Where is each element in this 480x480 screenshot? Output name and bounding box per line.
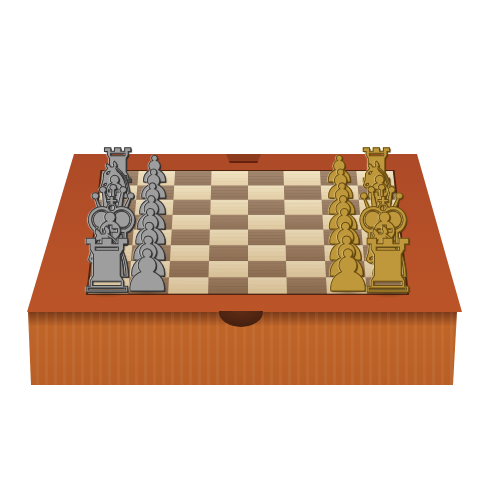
square [92,245,132,261]
square [209,230,247,245]
square [286,261,326,277]
square [208,277,248,294]
square [174,171,211,185]
square [287,277,327,294]
square [322,200,360,215]
square [284,185,322,199]
square [131,245,171,261]
square [324,245,364,261]
square [323,214,362,229]
square [363,245,403,261]
square [248,200,286,215]
square [286,245,325,261]
square [248,185,285,199]
square [133,214,172,229]
square [97,200,136,215]
chess-set-photo: ♜♟♟♜♞♟♟♞♝♟♟♝♛♟♟♛♚♟♟♚♝♟♟♝♞♟♟♞♜♟♟♜ Overhea… [0,0,480,480]
square [284,171,321,185]
square [129,261,169,277]
square [248,171,285,185]
square [360,214,399,229]
square [285,200,323,215]
square [101,171,139,185]
square [94,230,134,245]
square [128,277,169,294]
square [132,230,171,245]
square [135,200,173,215]
square [359,200,398,215]
square [209,214,247,229]
square [321,185,359,199]
square [88,277,129,294]
square [95,214,134,229]
square [366,277,407,294]
square [90,261,131,277]
square [358,185,396,199]
square [326,277,367,294]
square [171,214,209,229]
square [170,245,209,261]
square [171,230,210,245]
square [248,214,286,229]
square [99,185,137,199]
lid-handle-notch [226,154,261,163]
square [168,277,208,294]
square [248,277,288,294]
square [210,185,247,199]
square [356,171,394,185]
square [136,185,174,199]
square [209,245,248,261]
square [248,245,287,261]
square [211,171,248,185]
square [172,200,210,215]
square [324,230,363,245]
square [325,261,365,277]
square [248,230,286,245]
square [320,171,358,185]
chess-board [86,170,409,295]
square [364,261,405,277]
square [208,261,247,277]
square [137,171,175,185]
square [362,230,402,245]
square [210,200,248,215]
square [286,230,325,245]
square [248,261,287,277]
square [169,261,209,277]
square [285,214,323,229]
square [173,185,211,199]
